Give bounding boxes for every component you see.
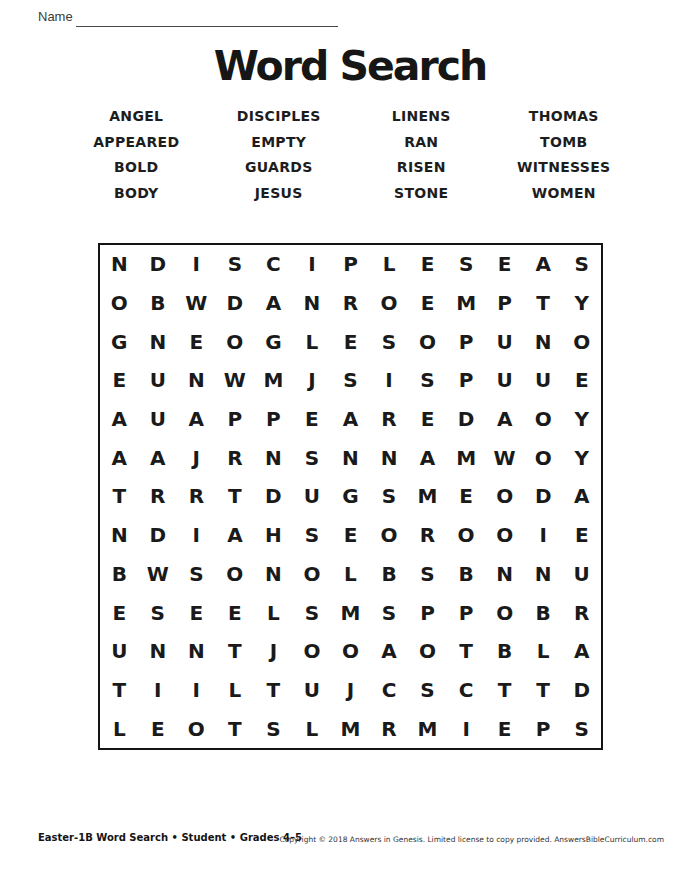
grid-cell[interactable]: A [524,245,563,284]
grid-cell[interactable]: S [216,245,255,284]
word-item: RISEN [350,155,493,181]
grid-cell[interactable]: A [485,400,524,439]
grid-cell[interactable]: W [139,555,178,594]
grid-cell[interactable]: N [139,632,178,671]
word-item: JESUS [208,181,351,207]
grid-cell[interactable]: A [408,438,447,477]
grid-cell[interactable]: S [177,555,216,594]
grid-cell[interactable]: P [331,245,370,284]
grid-cell[interactable]: R [370,709,409,748]
word-item: RAN [350,130,493,156]
grid-cell[interactable]: S [293,438,332,477]
grid-cell[interactable]: O [331,632,370,671]
grid-cell[interactable]: O [562,322,601,361]
grid-cell[interactable]: S [408,671,447,710]
grid-cell[interactable]: A [216,516,255,555]
grid-cell[interactable]: U [485,361,524,400]
grid-cell[interactable]: E [177,322,216,361]
grid-cell[interactable]: B [139,284,178,323]
grid-cell[interactable]: E [293,400,332,439]
grid-cell[interactable]: L [216,671,255,710]
word-item: BOLD [65,155,208,181]
grid-cell[interactable]: E [177,593,216,632]
grid-cell[interactable]: R [408,516,447,555]
grid-cell[interactable]: D [447,400,486,439]
grid-cell[interactable]: W [216,361,255,400]
grid-cell[interactable]: E [562,361,601,400]
grid-cell[interactable]: T [100,671,139,710]
grid-cell[interactable]: R [139,477,178,516]
word-item: BODY [65,181,208,207]
grid-cell[interactable]: M [331,709,370,748]
grid-cell[interactable]: A [177,400,216,439]
grid-cell[interactable]: N [254,555,293,594]
grid-cell[interactable]: W [485,438,524,477]
grid-cell[interactable]: E [485,709,524,748]
grid-cell[interactable]: L [100,709,139,748]
grid-cell[interactable]: E [100,361,139,400]
grid-cell[interactable]: R [216,438,255,477]
grid-cell[interactable]: T [254,671,293,710]
grid-cell[interactable]: Y [562,284,601,323]
grid-cell[interactable]: A [562,632,601,671]
grid-cell[interactable]: M [254,361,293,400]
grid-cell[interactable]: A [100,438,139,477]
grid-cell[interactable]: A [331,400,370,439]
grid-cell[interactable]: T [485,671,524,710]
grid-cell[interactable]: S [370,593,409,632]
grid-cell[interactable]: O [216,322,255,361]
grid-cell[interactable]: U [524,361,563,400]
grid-cell[interactable]: P [447,361,486,400]
grid-cell[interactable]: U [293,477,332,516]
grid-cell[interactable]: I [447,709,486,748]
grid-cell[interactable]: O [370,516,409,555]
grid-cell[interactable]: E [331,322,370,361]
grid-cell[interactable]: A [370,632,409,671]
grid-cell[interactable]: D [524,477,563,516]
grid-cell[interactable]: S [139,593,178,632]
grid-cell[interactable]: M [408,477,447,516]
grid-cell[interactable]: N [100,516,139,555]
grid-cell[interactable]: Y [562,400,601,439]
grid-cell[interactable]: U [485,322,524,361]
grid-cell[interactable]: P [524,709,563,748]
grid-cell[interactable]: P [447,322,486,361]
grid-cell[interactable]: S [293,516,332,555]
grid-cell[interactable]: B [370,555,409,594]
grid-cell[interactable]: E [216,593,255,632]
grid-cell[interactable]: N [331,438,370,477]
worksheet-page: Name Word Search ANGELAPPEAREDBOLDBODYDI… [0,0,700,869]
grid-cell[interactable]: O [177,709,216,748]
grid-cell[interactable]: E [408,400,447,439]
grid-cell[interactable]: N [524,322,563,361]
grid-cell[interactable]: P [408,593,447,632]
grid-cell[interactable]: J [293,361,332,400]
grid-cell[interactable]: N [177,361,216,400]
puzzle-grid-frame: NDISCIPLESEASOBWDANROEMPTYGNEOGLESOPUNOE… [98,243,603,750]
grid-cell[interactable]: P [254,400,293,439]
grid-cell[interactable]: U [562,555,601,594]
grid-cell[interactable]: O [447,516,486,555]
grid-cell[interactable]: D [562,671,601,710]
grid-cell[interactable]: E [408,284,447,323]
grid-cell[interactable]: A [100,400,139,439]
grid-cell[interactable]: O [524,438,563,477]
grid-cell[interactable]: G [331,477,370,516]
grid-cell[interactable]: S [370,477,409,516]
grid-cell[interactable]: A [254,284,293,323]
grid-cell[interactable]: R [331,284,370,323]
grid-cell[interactable]: O [408,632,447,671]
grid-cell[interactable]: N [370,438,409,477]
grid-cell[interactable]: S [562,245,601,284]
grid-cell[interactable]: O [216,555,255,594]
grid-cell[interactable]: S [408,361,447,400]
grid-cell[interactable]: B [447,555,486,594]
grid-cell[interactable]: C [370,671,409,710]
grid-cell[interactable]: S [254,709,293,748]
grid-cell[interactable]: L [293,322,332,361]
grid-cell[interactable]: N [293,284,332,323]
grid-cell[interactable]: T [216,477,255,516]
grid-cell[interactable]: I [177,671,216,710]
word-list-column: LINENSRANRISENSTONE [350,104,493,206]
grid-cell[interactable]: T [524,284,563,323]
grid-cell[interactable]: U [139,361,178,400]
grid-cell[interactable]: O [100,284,139,323]
word-item: THOMAS [493,104,636,130]
grid-cell[interactable]: E [100,593,139,632]
grid-cell[interactable]: T [524,671,563,710]
name-label: Name [38,9,73,24]
grid-cell[interactable]: O [524,400,563,439]
grid-cell[interactable]: S [447,245,486,284]
grid-cell[interactable]: Y [562,438,601,477]
grid-cell[interactable]: M [447,284,486,323]
footer-right: Copyright © 2018 Answers in Genesis. Lim… [279,835,664,844]
grid-cell[interactable]: H [254,516,293,555]
grid-cell[interactable]: U [293,671,332,710]
grid-cell[interactable]: O [408,322,447,361]
word-item: STONE [350,181,493,207]
grid-cell[interactable]: O [293,555,332,594]
grid-cell[interactable]: R [562,593,601,632]
grid-cell[interactable]: A [562,477,601,516]
name-fill-in-line[interactable] [76,26,338,27]
grid-cell[interactable]: I [177,245,216,284]
name-row: Name [38,6,73,25]
word-item: APPEARED [65,130,208,156]
grid-cell[interactable]: O [485,593,524,632]
word-item: TOMB [493,130,636,156]
grid-cell[interactable]: P [485,284,524,323]
word-list-column: DISCIPLESEMPTYGUARDSJESUS [208,104,351,206]
grid-cell[interactable]: C [447,671,486,710]
grid-cell[interactable]: J [254,632,293,671]
grid-cell[interactable]: S [408,555,447,594]
word-list: ANGELAPPEAREDBOLDBODYDISCIPLESEMPTYGUARD… [65,104,635,206]
grid-cell[interactable]: U [139,400,178,439]
grid-cell[interactable]: M [408,709,447,748]
grid-cell[interactable]: T [216,632,255,671]
grid-cell[interactable]: E [447,477,486,516]
word-item: ANGEL [65,104,208,130]
grid-cell[interactable]: N [139,322,178,361]
grid-cell[interactable]: G [254,322,293,361]
word-list-column: ANGELAPPEAREDBOLDBODY [65,104,208,206]
grid-cell[interactable]: I [177,516,216,555]
grid-cell[interactable]: I [293,245,332,284]
grid-cell[interactable]: E [331,516,370,555]
word-item: GUARDS [208,155,351,181]
grid-cell[interactable]: R [177,477,216,516]
grid-cell[interactable]: C [254,245,293,284]
grid-cell[interactable]: O [485,477,524,516]
grid-cell[interactable]: B [485,632,524,671]
grid-cell[interactable]: M [331,593,370,632]
word-item: LINENS [350,104,493,130]
grid-cell[interactable]: G [100,322,139,361]
grid-cell[interactable]: J [177,438,216,477]
word-list-column: THOMASTOMBWITNESSESWOMEN [493,104,636,206]
footer-left: Easter-1B Word Search • Student • Grades… [38,832,302,843]
grid-cell[interactable]: L [254,593,293,632]
grid-cell[interactable]: S [370,322,409,361]
grid-cell[interactable]: R [370,400,409,439]
grid-cell[interactable]: U [100,632,139,671]
grid-cell[interactable]: O [370,284,409,323]
grid-cell[interactable]: S [331,361,370,400]
grid-cell[interactable]: D [139,516,178,555]
puzzle-grid: NDISCIPLESEASOBWDANROEMPTYGNEOGLESOPUNOE… [100,245,601,748]
grid-cell[interactable]: I [524,516,563,555]
word-item: DISCIPLES [208,104,351,130]
grid-cell[interactable]: W [177,284,216,323]
grid-cell[interactable]: I [139,671,178,710]
word-item: WITNESSES [493,155,636,181]
grid-cell[interactable]: O [485,516,524,555]
page-title: Word Search [0,42,700,90]
grid-cell[interactable]: D [254,477,293,516]
grid-cell[interactable]: O [293,632,332,671]
grid-cell[interactable]: E [139,709,178,748]
grid-cell[interactable]: E [562,516,601,555]
grid-cell[interactable]: M [447,438,486,477]
grid-cell[interactable]: I [370,361,409,400]
grid-cell[interactable]: T [447,632,486,671]
grid-cell[interactable]: E [485,245,524,284]
grid-cell[interactable]: T [100,477,139,516]
grid-cell[interactable]: P [447,593,486,632]
grid-cell[interactable]: B [524,593,563,632]
grid-cell[interactable]: N [100,245,139,284]
grid-cell[interactable]: D [139,245,178,284]
grid-cell[interactable]: T [216,709,255,748]
grid-cell[interactable]: N [485,555,524,594]
grid-cell[interactable]: L [370,245,409,284]
grid-cell[interactable]: A [139,438,178,477]
grid-cell[interactable]: L [524,632,563,671]
grid-cell[interactable]: S [293,593,332,632]
grid-cell[interactable]: P [216,400,255,439]
grid-cell[interactable]: E [408,245,447,284]
grid-cell[interactable]: J [331,671,370,710]
grid-cell[interactable]: L [293,709,332,748]
grid-cell[interactable]: N [254,438,293,477]
grid-cell[interactable]: L [331,555,370,594]
grid-cell[interactable]: D [216,284,255,323]
grid-cell[interactable]: N [177,632,216,671]
word-item: WOMEN [493,181,636,207]
grid-cell[interactable]: S [562,709,601,748]
word-item: EMPTY [208,130,351,156]
grid-cell[interactable]: B [100,555,139,594]
grid-cell[interactable]: N [524,555,563,594]
